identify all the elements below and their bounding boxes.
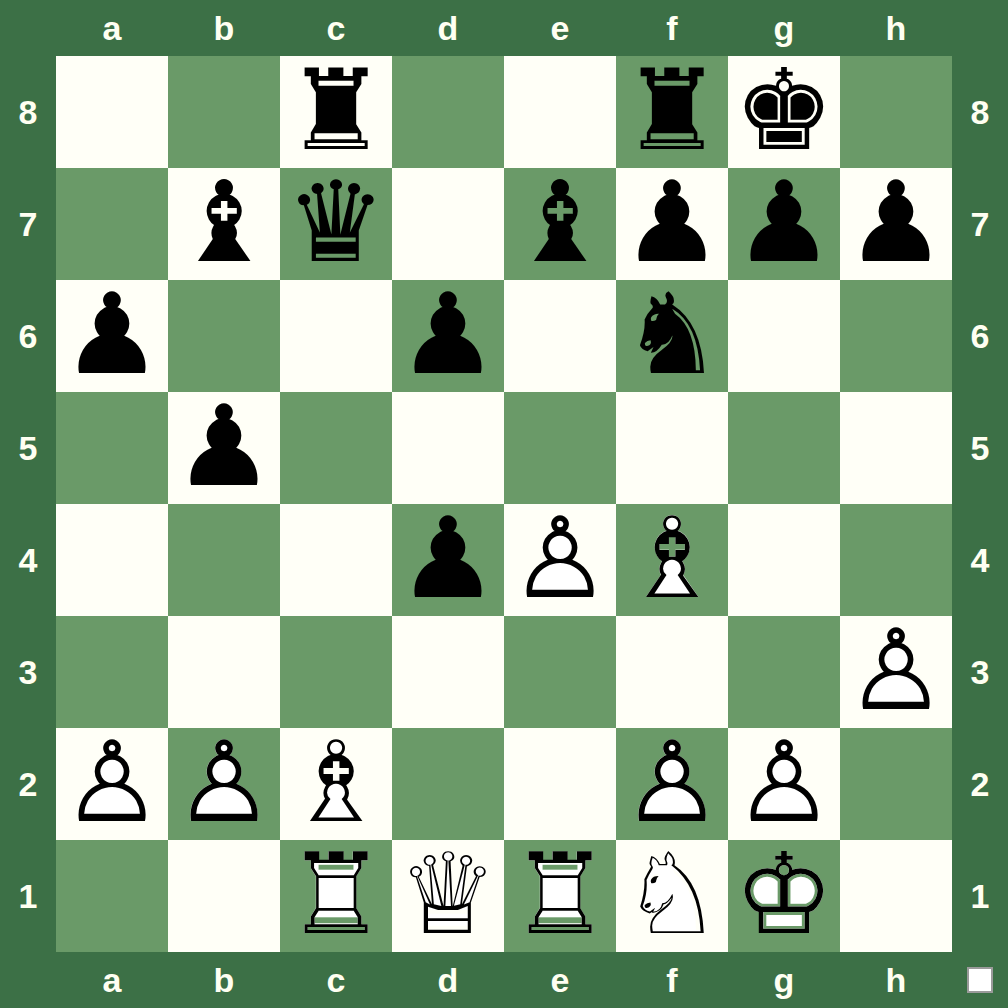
corner-bottom-right bbox=[952, 952, 1008, 1008]
rank-label-left-4: 4 bbox=[0, 504, 56, 616]
square-c2[interactable]: ♝♗ bbox=[280, 728, 392, 840]
square-f1[interactable]: ♞♘ bbox=[616, 840, 728, 952]
square-a6[interactable]: ♟ bbox=[56, 280, 168, 392]
piece-black-pawn[interactable]: ♟ bbox=[392, 504, 504, 616]
rank-label-right-1: 1 bbox=[952, 840, 1008, 952]
square-a5[interactable] bbox=[56, 392, 168, 504]
piece-white-pawn[interactable]: ♟♙ bbox=[616, 728, 728, 840]
rank-label-left-7: 7 bbox=[0, 168, 56, 280]
square-e8[interactable] bbox=[504, 56, 616, 168]
square-f3[interactable] bbox=[616, 616, 728, 728]
corner-top-left bbox=[0, 0, 56, 56]
piece-black-pawn[interactable]: ♟ bbox=[840, 168, 952, 280]
square-c5[interactable] bbox=[280, 392, 392, 504]
side-to-move-indicator bbox=[967, 967, 993, 993]
file-label-bottom-g: g bbox=[728, 952, 840, 1008]
square-c1[interactable]: ♜♖ bbox=[280, 840, 392, 952]
square-b4[interactable] bbox=[168, 504, 280, 616]
square-g8[interactable]: ♚ bbox=[728, 56, 840, 168]
piece-white-rook[interactable]: ♜♖ bbox=[504, 840, 616, 952]
file-label-top-e: e bbox=[504, 0, 616, 56]
rank-label-right-8: 8 bbox=[952, 56, 1008, 168]
corner-bottom-left bbox=[0, 952, 56, 1008]
piece-white-pawn[interactable]: ♟♙ bbox=[504, 504, 616, 616]
square-e6[interactable] bbox=[504, 280, 616, 392]
piece-white-king[interactable]: ♚♔ bbox=[728, 840, 840, 952]
square-d6[interactable]: ♟ bbox=[392, 280, 504, 392]
piece-outline-layer: ♗ bbox=[616, 504, 728, 616]
square-b3[interactable] bbox=[168, 616, 280, 728]
file-label-bottom-h: h bbox=[840, 952, 952, 1008]
square-a8[interactable] bbox=[56, 56, 168, 168]
piece-outline-layer: ♖ bbox=[504, 840, 616, 952]
square-d1[interactable]: ♛♕ bbox=[392, 840, 504, 952]
square-b5[interactable]: ♟ bbox=[168, 392, 280, 504]
square-g7[interactable]: ♟ bbox=[728, 168, 840, 280]
piece-black-knight[interactable]: ♞ bbox=[616, 280, 728, 392]
rank-label-right-6: 6 bbox=[952, 280, 1008, 392]
file-label-top-h: h bbox=[840, 0, 952, 56]
square-f7[interactable]: ♟ bbox=[616, 168, 728, 280]
square-f8[interactable]: ♜ bbox=[616, 56, 728, 168]
rank-label-left-5: 5 bbox=[0, 392, 56, 504]
square-e1[interactable]: ♜♖ bbox=[504, 840, 616, 952]
piece-outline-layer: ♕ bbox=[392, 840, 504, 952]
file-label-bottom-f: f bbox=[616, 952, 728, 1008]
square-h2[interactable] bbox=[840, 728, 952, 840]
chess-board: abcdefgh8♜♜♚87♝♛♝♟♟♟76♟♟♞65♟54♟♟♙♝♗43♟♙3… bbox=[0, 0, 1008, 1008]
rank-label-left-8: 8 bbox=[0, 56, 56, 168]
square-e4[interactable]: ♟♙ bbox=[504, 504, 616, 616]
piece-black-pawn[interactable]: ♟ bbox=[168, 392, 280, 504]
rank-label-left-2: 2 bbox=[0, 728, 56, 840]
square-h4[interactable] bbox=[840, 504, 952, 616]
file-label-bottom-e: e bbox=[504, 952, 616, 1008]
piece-black-bishop[interactable]: ♝ bbox=[504, 168, 616, 280]
rank-label-right-2: 2 bbox=[952, 728, 1008, 840]
file-label-top-a: a bbox=[56, 0, 168, 56]
square-d8[interactable] bbox=[392, 56, 504, 168]
file-label-bottom-a: a bbox=[56, 952, 168, 1008]
square-b2[interactable]: ♟♙ bbox=[168, 728, 280, 840]
square-h8[interactable] bbox=[840, 56, 952, 168]
square-f5[interactable] bbox=[616, 392, 728, 504]
piece-outline-layer: ♙ bbox=[616, 728, 728, 840]
piece-black-rook[interactable]: ♜ bbox=[616, 56, 728, 168]
square-h5[interactable] bbox=[840, 392, 952, 504]
square-c8[interactable]: ♜ bbox=[280, 56, 392, 168]
piece-outline-layer: ♘ bbox=[616, 840, 728, 952]
square-d3[interactable] bbox=[392, 616, 504, 728]
piece-white-pawn[interactable]: ♟♙ bbox=[168, 728, 280, 840]
file-label-bottom-b: b bbox=[168, 952, 280, 1008]
square-g1[interactable]: ♚♔ bbox=[728, 840, 840, 952]
piece-black-rook[interactable]: ♜ bbox=[280, 56, 392, 168]
file-label-bottom-d: d bbox=[392, 952, 504, 1008]
piece-black-queen[interactable]: ♛ bbox=[280, 168, 392, 280]
piece-outline-layer: ♙ bbox=[728, 728, 840, 840]
rank-label-left-3: 3 bbox=[0, 616, 56, 728]
square-d4[interactable]: ♟ bbox=[392, 504, 504, 616]
square-a2[interactable]: ♟♙ bbox=[56, 728, 168, 840]
piece-white-pawn[interactable]: ♟♙ bbox=[56, 728, 168, 840]
rank-label-left-6: 6 bbox=[0, 280, 56, 392]
square-c7[interactable]: ♛ bbox=[280, 168, 392, 280]
piece-white-rook[interactable]: ♜♖ bbox=[280, 840, 392, 952]
square-b1[interactable] bbox=[168, 840, 280, 952]
square-d2[interactable] bbox=[392, 728, 504, 840]
piece-outline-layer: ♙ bbox=[840, 616, 952, 728]
square-e7[interactable]: ♝ bbox=[504, 168, 616, 280]
square-c6[interactable] bbox=[280, 280, 392, 392]
piece-black-pawn[interactable]: ♟ bbox=[392, 280, 504, 392]
square-h3[interactable]: ♟♙ bbox=[840, 616, 952, 728]
rank-label-right-4: 4 bbox=[952, 504, 1008, 616]
piece-black-pawn[interactable]: ♟ bbox=[728, 168, 840, 280]
square-d7[interactable] bbox=[392, 168, 504, 280]
piece-white-pawn[interactable]: ♟♙ bbox=[728, 728, 840, 840]
square-c4[interactable] bbox=[280, 504, 392, 616]
square-d5[interactable] bbox=[392, 392, 504, 504]
square-h1[interactable] bbox=[840, 840, 952, 952]
square-g3[interactable] bbox=[728, 616, 840, 728]
piece-outline-layer: ♙ bbox=[168, 728, 280, 840]
file-label-top-b: b bbox=[168, 0, 280, 56]
square-f2[interactable]: ♟♙ bbox=[616, 728, 728, 840]
square-f4[interactable]: ♝♗ bbox=[616, 504, 728, 616]
square-b6[interactable] bbox=[168, 280, 280, 392]
piece-outline-layer: ♙ bbox=[504, 504, 616, 616]
piece-white-bishop[interactable]: ♝♗ bbox=[616, 504, 728, 616]
square-b8[interactable] bbox=[168, 56, 280, 168]
piece-black-bishop[interactable]: ♝ bbox=[168, 168, 280, 280]
square-a1[interactable] bbox=[56, 840, 168, 952]
square-g6[interactable] bbox=[728, 280, 840, 392]
square-a7[interactable] bbox=[56, 168, 168, 280]
rank-label-right-3: 3 bbox=[952, 616, 1008, 728]
piece-outline-layer: ♙ bbox=[56, 728, 168, 840]
piece-black-pawn[interactable]: ♟ bbox=[56, 280, 168, 392]
piece-outline-layer: ♖ bbox=[280, 840, 392, 952]
square-e3[interactable] bbox=[504, 616, 616, 728]
piece-white-knight[interactable]: ♞♘ bbox=[616, 840, 728, 952]
piece-white-bishop[interactable]: ♝♗ bbox=[280, 728, 392, 840]
piece-black-king[interactable]: ♚ bbox=[728, 56, 840, 168]
square-e5[interactable] bbox=[504, 392, 616, 504]
square-c3[interactable] bbox=[280, 616, 392, 728]
rank-label-right-5: 5 bbox=[952, 392, 1008, 504]
corner-top-right bbox=[952, 0, 1008, 56]
piece-outline-layer: ♔ bbox=[728, 840, 840, 952]
square-f6[interactable]: ♞ bbox=[616, 280, 728, 392]
file-label-top-d: d bbox=[392, 0, 504, 56]
rank-label-right-7: 7 bbox=[952, 168, 1008, 280]
piece-white-queen[interactable]: ♛♕ bbox=[392, 840, 504, 952]
square-e2[interactable] bbox=[504, 728, 616, 840]
rank-label-left-1: 1 bbox=[0, 840, 56, 952]
piece-black-pawn[interactable]: ♟ bbox=[616, 168, 728, 280]
piece-outline-layer: ♗ bbox=[280, 728, 392, 840]
file-label-bottom-c: c bbox=[280, 952, 392, 1008]
square-a4[interactable] bbox=[56, 504, 168, 616]
square-b7[interactable]: ♝ bbox=[168, 168, 280, 280]
square-h6[interactable] bbox=[840, 280, 952, 392]
piece-white-pawn[interactable]: ♟♙ bbox=[840, 616, 952, 728]
square-g5[interactable] bbox=[728, 392, 840, 504]
square-g4[interactable] bbox=[728, 504, 840, 616]
square-g2[interactable]: ♟♙ bbox=[728, 728, 840, 840]
square-a3[interactable] bbox=[56, 616, 168, 728]
square-h7[interactable]: ♟ bbox=[840, 168, 952, 280]
